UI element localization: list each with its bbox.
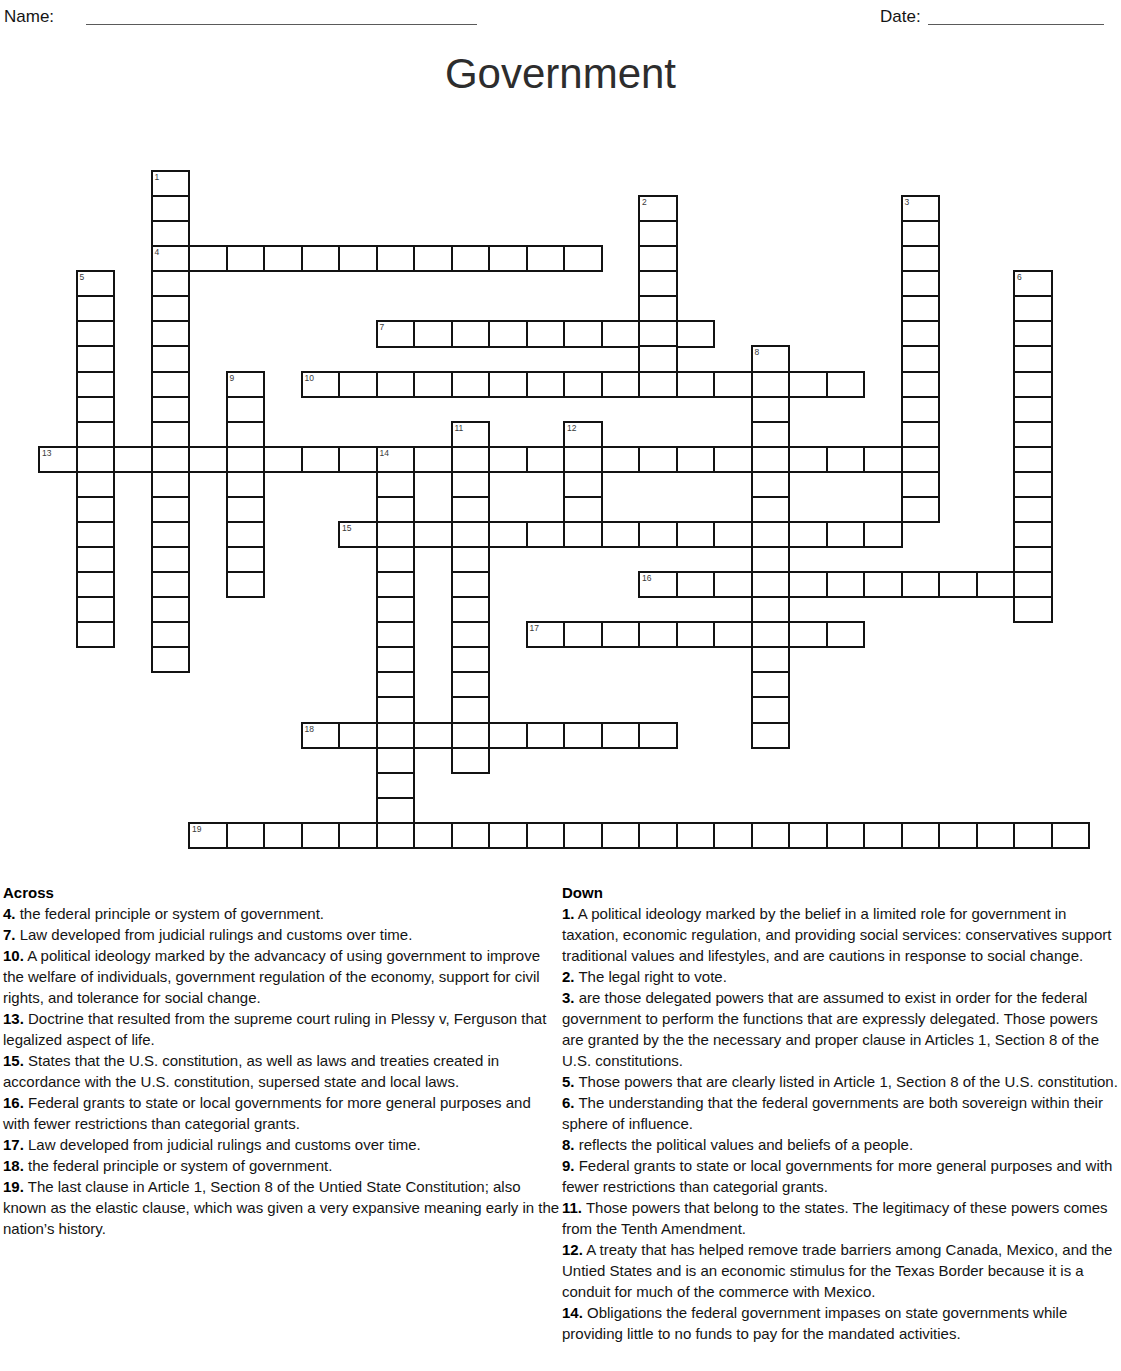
clue-number: 12. — [562, 1241, 583, 1258]
grid-cell-r5c23[interactable] — [901, 295, 941, 322]
grid-cell-r16c23[interactable] — [901, 571, 941, 598]
clue-number: 16. — [3, 1094, 24, 1111]
grid-cell-r12c11[interactable] — [451, 471, 491, 498]
cell-number-9: 9 — [230, 373, 235, 383]
grid-cell-r6c9[interactable]: 7 — [376, 320, 416, 347]
clue-text: A political ideology marked by the advan… — [3, 947, 540, 1006]
grid-cell-r18c9[interactable] — [376, 621, 416, 648]
grid-cell-r4c3[interactable] — [151, 270, 191, 297]
grid-cell-r9c26[interactable] — [1013, 396, 1053, 423]
grid-cell-r17c19[interactable] — [751, 596, 791, 623]
grid-cell-r10c5[interactable] — [226, 421, 266, 448]
grid-cell-r3c23[interactable] — [901, 245, 941, 272]
grid-cell-r11c16[interactable] — [638, 446, 678, 473]
clue-number: 18. — [3, 1157, 24, 1174]
grid-cell-r10c14[interactable]: 12 — [563, 421, 603, 448]
grid-cell-r3c6[interactable] — [263, 245, 303, 272]
grid-cell-r14c1[interactable] — [76, 521, 116, 548]
clue-item: 8. reflects the political values and bel… — [562, 1134, 1119, 1155]
grid-cell-r8c7[interactable]: 10 — [301, 371, 341, 398]
grid-cell-r6c17[interactable] — [676, 320, 716, 347]
grid-cell-r11c11[interactable] — [451, 446, 491, 473]
grid-cell-r11c4[interactable] — [188, 446, 228, 473]
grid-cell-r3c9[interactable] — [376, 245, 416, 272]
grid-cell-r8c26[interactable] — [1013, 371, 1053, 398]
grid-cell-r13c14[interactable] — [563, 496, 603, 523]
grid-cell-r11c22[interactable] — [863, 446, 903, 473]
grid-cell-r16c16[interactable]: 16 — [638, 571, 678, 598]
cell-number-12: 12 — [567, 423, 576, 433]
clue-text: Federal grants to state or local governm… — [3, 1094, 531, 1132]
grid-cell-r17c11[interactable] — [451, 596, 491, 623]
clue-number: 5. — [562, 1073, 575, 1090]
cell-number-18: 18 — [305, 724, 314, 734]
grid-cell-r16c19[interactable] — [751, 571, 791, 598]
grid-cell-r17c1[interactable] — [76, 596, 116, 623]
grid-cell-r18c13[interactable]: 17 — [526, 621, 566, 648]
grid-cell-r13c1[interactable] — [76, 496, 116, 523]
grid-cell-r14c3[interactable] — [151, 521, 191, 548]
grid-cell-r3c13[interactable] — [526, 245, 566, 272]
grid-cell-r8c14[interactable] — [563, 371, 603, 398]
grid-cell-r26c21[interactable] — [826, 822, 866, 849]
grid-cell-r26c12[interactable] — [488, 822, 528, 849]
grid-cell-r22c7[interactable]: 18 — [301, 722, 341, 749]
grid-cell-r3c8[interactable] — [338, 245, 378, 272]
clue-text: Federal grants to state or local governm… — [562, 1157, 1112, 1195]
grid-cell-r18c3[interactable] — [151, 621, 191, 648]
grid-cell-r22c10[interactable] — [413, 722, 453, 749]
name-label: Name: — [4, 7, 54, 27]
grid-cell-r21c11[interactable] — [451, 696, 491, 723]
grid-cell-r18c11[interactable] — [451, 621, 491, 648]
grid-cell-r13c19[interactable] — [751, 496, 791, 523]
grid-cell-r18c16[interactable] — [638, 621, 678, 648]
grid-cell-r26c24[interactable] — [938, 822, 978, 849]
clue-text: Doctrine that resulted from the supreme … — [3, 1010, 546, 1048]
grid-cell-r8c3[interactable] — [151, 371, 191, 398]
clue-text: The understanding that the federal gover… — [562, 1094, 1103, 1132]
grid-cell-r21c9[interactable] — [376, 696, 416, 723]
grid-cell-r7c19[interactable]: 8 — [751, 345, 791, 372]
grid-cell-r18c15[interactable] — [601, 621, 641, 648]
grid-cell-r11c15[interactable] — [601, 446, 641, 473]
grid-cell-r10c23[interactable] — [901, 421, 941, 448]
grid-cell-r11c2[interactable] — [113, 446, 153, 473]
grid-cell-r17c9[interactable] — [376, 596, 416, 623]
clue-text: A treaty that has helped remove trade ba… — [562, 1241, 1112, 1300]
grid-cell-r8c10[interactable] — [413, 371, 453, 398]
grid-cell-r7c3[interactable] — [151, 345, 191, 372]
grid-cell-r5c16[interactable] — [638, 295, 678, 322]
clue-text: Those powers that belong to the states. … — [562, 1199, 1108, 1237]
clue-number: 2. — [562, 968, 575, 985]
grid-cell-r3c7[interactable] — [301, 245, 341, 272]
grid-cell-r12c3[interactable] — [151, 471, 191, 498]
grid-cell-r7c16[interactable] — [638, 345, 678, 372]
grid-cell-r14c18[interactable] — [713, 521, 753, 548]
grid-cell-r9c1[interactable] — [76, 396, 116, 423]
grid-cell-r12c1[interactable] — [76, 471, 116, 498]
grid-cell-r16c24[interactable] — [938, 571, 978, 598]
grid-cell-r24c9[interactable] — [376, 772, 416, 799]
grid-cell-r11c1[interactable] — [76, 446, 116, 473]
clue-number: 7. — [3, 926, 16, 943]
grid-cell-r10c19[interactable] — [751, 421, 791, 448]
clue-item: 7. Law developed from judicial rulings a… — [3, 924, 560, 945]
clue-number: 6. — [562, 1094, 575, 1111]
grid-cell-r18c1[interactable] — [76, 621, 116, 648]
grid-cell-r26c5[interactable] — [226, 822, 266, 849]
grid-cell-r7c26[interactable] — [1013, 345, 1053, 372]
grid-cell-r12c5[interactable] — [226, 471, 266, 498]
grid-cell-r8c5[interactable]: 9 — [226, 371, 266, 398]
grid-cell-r1c23[interactable]: 3 — [901, 195, 941, 222]
grid-cell-r13c11[interactable] — [451, 496, 491, 523]
grid-cell-r12c19[interactable] — [751, 471, 791, 498]
grid-cell-r8c19[interactable] — [751, 371, 791, 398]
grid-cell-r8c21[interactable] — [826, 371, 866, 398]
grid-cell-r26c14[interactable] — [563, 822, 603, 849]
grid-cell-r16c20[interactable] — [788, 571, 828, 598]
clue-number: 13. — [3, 1010, 24, 1027]
grid-cell-r8c1[interactable] — [76, 371, 116, 398]
grid-cell-r18c19[interactable] — [751, 621, 791, 648]
grid-cell-r26c8[interactable] — [338, 822, 378, 849]
grid-cell-r9c19[interactable] — [751, 396, 791, 423]
clue-item: 17. Law developed from judicial rulings … — [3, 1134, 560, 1155]
grid-cell-r17c3[interactable] — [151, 596, 191, 623]
name-input-line — [86, 6, 477, 25]
grid-cell-r18c14[interactable] — [563, 621, 603, 648]
grid-cell-r20c9[interactable] — [376, 671, 416, 698]
grid-cell-r12c14[interactable] — [563, 471, 603, 498]
grid-cell-r26c22[interactable] — [863, 822, 903, 849]
grid-cell-r2c16[interactable] — [638, 220, 678, 247]
grid-cell-r8c8[interactable] — [338, 371, 378, 398]
grid-cell-r16c21[interactable] — [826, 571, 866, 598]
grid-cell-r11c13[interactable] — [526, 446, 566, 473]
grid-cell-r14c16[interactable] — [638, 521, 678, 548]
grid-cell-r22c9[interactable] — [376, 722, 416, 749]
cell-number-19: 19 — [192, 824, 201, 834]
grid-cell-r6c12[interactable] — [488, 320, 528, 347]
grid-cell-r26c13[interactable] — [526, 822, 566, 849]
grid-cell-r16c25[interactable] — [976, 571, 1016, 598]
clue-item: 5. Those powers that are clearly listed … — [562, 1071, 1119, 1092]
clue-item: 12. A treaty that has helped remove trad… — [562, 1239, 1119, 1302]
grid-cell-r4c1[interactable]: 5 — [76, 270, 116, 297]
grid-cell-r14c14[interactable] — [563, 521, 603, 548]
clue-number: 19. — [3, 1178, 24, 1195]
grid-cell-r13c5[interactable] — [226, 496, 266, 523]
grid-cell-r16c26[interactable] — [1013, 571, 1053, 598]
grid-cell-r0c3[interactable]: 1 — [151, 170, 191, 197]
cell-number-8: 8 — [755, 347, 760, 357]
cell-number-15: 15 — [342, 523, 351, 533]
down-clues: Down 1. A political ideology marked by t… — [562, 882, 1119, 1344]
grid-cell-r26c25[interactable] — [976, 822, 1016, 849]
grid-cell-r6c1[interactable] — [76, 320, 116, 347]
grid-cell-r19c19[interactable] — [751, 646, 791, 673]
clue-number: 8. — [562, 1136, 575, 1153]
grid-cell-r26c17[interactable] — [676, 822, 716, 849]
grid-cell-r6c14[interactable] — [563, 320, 603, 347]
grid-cell-r11c9[interactable]: 14 — [376, 446, 416, 473]
clue-number: 3. — [562, 989, 575, 1006]
grid-cell-r14c8[interactable]: 15 — [338, 521, 378, 548]
clue-text: the federal principle or system of gover… — [16, 905, 324, 922]
cell-number-2: 2 — [642, 197, 647, 207]
grid-cell-r26c23[interactable] — [901, 822, 941, 849]
grid-cell-r22c16[interactable] — [638, 722, 678, 749]
grid-cell-r16c22[interactable] — [863, 571, 903, 598]
grid-cell-r6c23[interactable] — [901, 320, 941, 347]
grid-cell-r18c17[interactable] — [676, 621, 716, 648]
grid-cell-r10c1[interactable] — [76, 421, 116, 448]
grid-cell-r11c5[interactable] — [226, 446, 266, 473]
grid-cell-r12c26[interactable] — [1013, 471, 1053, 498]
cell-number-5: 5 — [80, 272, 85, 282]
cell-number-17: 17 — [530, 623, 539, 633]
grid-cell-r8c18[interactable] — [713, 371, 753, 398]
grid-cell-r1c3[interactable] — [151, 195, 191, 222]
grid-cell-r8c23[interactable] — [901, 371, 941, 398]
grid-cell-r11c0[interactable]: 13 — [38, 446, 78, 473]
grid-cell-r14c19[interactable] — [751, 521, 791, 548]
grid-cell-r22c13[interactable] — [526, 722, 566, 749]
grid-cell-r11c3[interactable] — [151, 446, 191, 473]
grid-cell-r26c16[interactable] — [638, 822, 678, 849]
grid-cell-r11c18[interactable] — [713, 446, 753, 473]
grid-cell-r14c17[interactable] — [676, 521, 716, 548]
grid-cell-r11c8[interactable] — [338, 446, 378, 473]
clue-text: Law developed from judicial rulings and … — [16, 926, 413, 943]
grid-cell-r26c20[interactable] — [788, 822, 828, 849]
grid-cell-r26c18[interactable] — [713, 822, 753, 849]
grid-cell-r22c19[interactable] — [751, 722, 791, 749]
grid-cell-r26c9[interactable] — [376, 822, 416, 849]
grid-cell-r13c26[interactable] — [1013, 496, 1053, 523]
grid-cell-r3c3[interactable]: 4 — [151, 245, 191, 272]
grid-cell-r21c19[interactable] — [751, 696, 791, 723]
grid-cell-r7c1[interactable] — [76, 345, 116, 372]
grid-cell-r15c26[interactable] — [1013, 546, 1053, 573]
clue-item: 18. the federal principle or system of g… — [3, 1155, 560, 1176]
grid-cell-r6c26[interactable] — [1013, 320, 1053, 347]
grid-cell-r16c17[interactable] — [676, 571, 716, 598]
grid-cell-r11c17[interactable] — [676, 446, 716, 473]
grid-cell-r16c1[interactable] — [76, 571, 116, 598]
grid-cell-r16c18[interactable] — [713, 571, 753, 598]
grid-cell-r26c7[interactable] — [301, 822, 341, 849]
grid-cell-r3c14[interactable] — [563, 245, 603, 272]
grid-cell-r6c3[interactable] — [151, 320, 191, 347]
grid-cell-r17c26[interactable] — [1013, 596, 1053, 623]
clue-item: 3. are those delegated powers that are a… — [562, 987, 1119, 1071]
grid-cell-r14c10[interactable] — [413, 521, 453, 548]
grid-cell-r11c6[interactable] — [263, 446, 303, 473]
cell-number-3: 3 — [905, 197, 910, 207]
clue-text: States that the U.S. constitution, as we… — [3, 1052, 499, 1090]
grid-cell-r5c1[interactable] — [76, 295, 116, 322]
grid-cell-r20c11[interactable] — [451, 671, 491, 698]
grid-cell-r22c12[interactable] — [488, 722, 528, 749]
grid-cell-r12c23[interactable] — [901, 471, 941, 498]
grid-cell-r16c5[interactable] — [226, 571, 266, 598]
clue-number: 4. — [3, 905, 16, 922]
grid-cell-r6c16[interactable] — [638, 320, 678, 347]
grid-cell-r3c12[interactable] — [488, 245, 528, 272]
clue-item: 4. the federal principle or system of go… — [3, 903, 560, 924]
cell-number-13: 13 — [42, 448, 51, 458]
grid-cell-r23c11[interactable] — [451, 747, 491, 774]
grid-cell-r13c3[interactable] — [151, 496, 191, 523]
crossword-grid: 12345678910111213141516171819 — [38, 170, 1090, 849]
grid-cell-r11c20[interactable] — [788, 446, 828, 473]
grid-cell-r4c16[interactable] — [638, 270, 678, 297]
grid-cell-r13c23[interactable] — [901, 496, 941, 523]
grid-cell-r11c7[interactable] — [301, 446, 341, 473]
grid-cell-r11c26[interactable] — [1013, 446, 1053, 473]
grid-cell-r8c9[interactable] — [376, 371, 416, 398]
grid-cell-r16c3[interactable] — [151, 571, 191, 598]
grid-cell-r5c26[interactable] — [1013, 295, 1053, 322]
grid-cell-r9c5[interactable] — [226, 396, 266, 423]
grid-cell-r16c9[interactable] — [376, 571, 416, 598]
across-clues: Across 4. the federal principle or syste… — [3, 882, 560, 1239]
grid-cell-r14c26[interactable] — [1013, 521, 1053, 548]
grid-cell-r6c11[interactable] — [451, 320, 491, 347]
cell-number-14: 14 — [380, 448, 389, 458]
grid-cell-r11c19[interactable] — [751, 446, 791, 473]
grid-cell-r2c23[interactable] — [901, 220, 941, 247]
cell-number-6: 6 — [1017, 272, 1022, 282]
grid-cell-r15c5[interactable] — [226, 546, 266, 573]
grid-cell-r14c21[interactable] — [826, 521, 866, 548]
down-title: Down — [562, 882, 1119, 903]
grid-cell-r26c15[interactable] — [601, 822, 641, 849]
grid-cell-r11c10[interactable] — [413, 446, 453, 473]
grid-cell-r10c26[interactable] — [1013, 421, 1053, 448]
grid-cell-r22c11[interactable] — [451, 722, 491, 749]
grid-cell-r15c3[interactable] — [151, 546, 191, 573]
grid-cell-r15c11[interactable] — [451, 546, 491, 573]
cell-number-10: 10 — [305, 373, 314, 383]
grid-cell-r26c11[interactable] — [451, 822, 491, 849]
grid-cell-r1c16[interactable]: 2 — [638, 195, 678, 222]
grid-cell-r22c8[interactable] — [338, 722, 378, 749]
grid-cell-r11c21[interactable] — [826, 446, 866, 473]
grid-cell-r13c9[interactable] — [376, 496, 416, 523]
grid-cell-r10c11[interactable]: 11 — [451, 421, 491, 448]
grid-cell-r9c3[interactable] — [151, 396, 191, 423]
grid-cell-r3c5[interactable] — [226, 245, 266, 272]
grid-cell-r18c20[interactable] — [788, 621, 828, 648]
grid-cell-r3c10[interactable] — [413, 245, 453, 272]
grid-cell-r15c9[interactable] — [376, 546, 416, 573]
grid-cell-r14c20[interactable] — [788, 521, 828, 548]
grid-cell-r14c15[interactable] — [601, 521, 641, 548]
grid-cell-r11c12[interactable] — [488, 446, 528, 473]
grid-cell-r3c11[interactable] — [451, 245, 491, 272]
grid-cell-r23c9[interactable] — [376, 747, 416, 774]
grid-cell-r8c16[interactable] — [638, 371, 678, 398]
date-label: Date: — [880, 7, 921, 27]
crossword-worksheet: { "game": "crossword", "header": { "name… — [0, 0, 1121, 1371]
grid-cell-r26c19[interactable] — [751, 822, 791, 849]
clue-text: the federal principle or system of gover… — [24, 1157, 332, 1174]
grid-cell-r26c4[interactable]: 19 — [188, 822, 228, 849]
grid-cell-r8c20[interactable] — [788, 371, 828, 398]
grid-cell-r11c14[interactable] — [563, 446, 603, 473]
grid-cell-r3c16[interactable] — [638, 245, 678, 272]
grid-cell-r8c11[interactable] — [451, 371, 491, 398]
grid-cell-r8c12[interactable] — [488, 371, 528, 398]
grid-cell-r26c26[interactable] — [1013, 822, 1053, 849]
grid-cell-r14c22[interactable] — [863, 521, 903, 548]
grid-cell-r26c6[interactable] — [263, 822, 303, 849]
grid-cell-r18c18[interactable] — [713, 621, 753, 648]
clue-text: Law developed from judicial rulings and … — [24, 1136, 421, 1153]
grid-cell-r5c3[interactable] — [151, 295, 191, 322]
grid-cell-r22c15[interactable] — [601, 722, 641, 749]
grid-cell-r6c10[interactable] — [413, 320, 453, 347]
grid-cell-r18c21[interactable] — [826, 621, 866, 648]
clue-item: 1. A political ideology marked by the be… — [562, 903, 1119, 966]
grid-cell-r12c9[interactable] — [376, 471, 416, 498]
clue-number: 17. — [3, 1136, 24, 1153]
clue-number: 15. — [3, 1052, 24, 1069]
grid-cell-r16c11[interactable] — [451, 571, 491, 598]
grid-cell-r14c5[interactable] — [226, 521, 266, 548]
grid-cell-r22c14[interactable] — [563, 722, 603, 749]
grid-cell-r14c13[interactable] — [526, 521, 566, 548]
grid-cell-r15c1[interactable] — [76, 546, 116, 573]
grid-cell-r8c15[interactable] — [601, 371, 641, 398]
grid-cell-r25c9[interactable] — [376, 797, 416, 824]
grid-cell-r7c23[interactable] — [901, 345, 941, 372]
grid-cell-r10c3[interactable] — [151, 421, 191, 448]
grid-cell-r19c9[interactable] — [376, 646, 416, 673]
grid-cell-r4c23[interactable] — [901, 270, 941, 297]
grid-cell-r20c19[interactable] — [751, 671, 791, 698]
grid-cell-r15c19[interactable] — [751, 546, 791, 573]
clue-item: 2. The legal right to vote. — [562, 966, 1119, 987]
grid-cell-r14c11[interactable] — [451, 521, 491, 548]
clue-item: 11. Those powers that belong to the stat… — [562, 1197, 1119, 1239]
grid-cell-r26c10[interactable] — [413, 822, 453, 849]
across-title: Across — [3, 882, 560, 903]
grid-cell-r11c23[interactable] — [901, 446, 941, 473]
grid-cell-r8c13[interactable] — [526, 371, 566, 398]
clue-item: 14. Obligations the federal government i… — [562, 1302, 1119, 1344]
grid-cell-r19c3[interactable] — [151, 646, 191, 673]
grid-cell-r6c13[interactable] — [526, 320, 566, 347]
grid-cell-r8c17[interactable] — [676, 371, 716, 398]
grid-cell-r3c4[interactable] — [188, 245, 228, 272]
grid-cell-r4c26[interactable]: 6 — [1013, 270, 1053, 297]
clue-item: 10. A political ideology marked by the a… — [3, 945, 560, 1008]
grid-cell-r14c9[interactable] — [376, 521, 416, 548]
clue-text: The legal right to vote. — [575, 968, 727, 985]
grid-cell-r26c27[interactable] — [1051, 822, 1091, 849]
grid-cell-r6c15[interactable] — [601, 320, 641, 347]
grid-cell-r2c3[interactable] — [151, 220, 191, 247]
grid-cell-r19c11[interactable] — [451, 646, 491, 673]
grid-cell-r14c12[interactable] — [488, 521, 528, 548]
grid-cell-r9c23[interactable] — [901, 396, 941, 423]
